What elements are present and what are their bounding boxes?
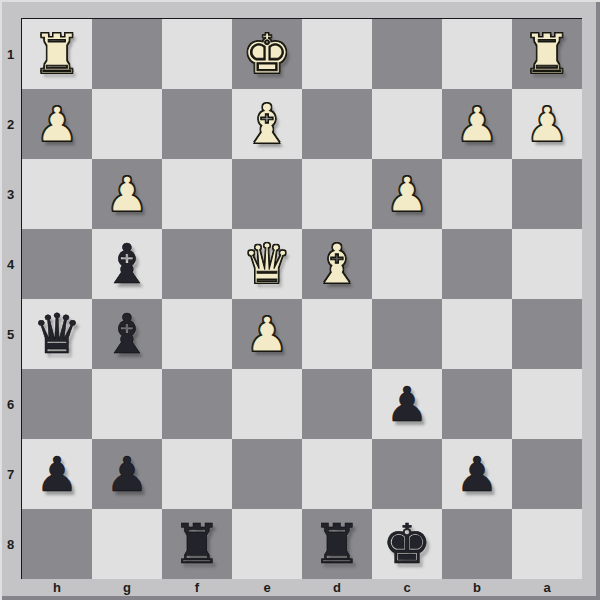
file-label-c: c [372,579,442,596]
square-g2[interactable] [92,89,162,159]
square-d4[interactable]: ♝ [302,229,372,299]
piece-white-pawn-c3[interactable]: ♟ [385,170,428,218]
square-f8[interactable]: ♜ [162,509,232,579]
square-f3[interactable] [162,159,232,229]
square-f6[interactable] [162,369,232,439]
square-b7[interactable]: ♟ [442,439,512,509]
square-d1[interactable] [302,19,372,89]
square-f7[interactable] [162,439,232,509]
square-a2[interactable]: ♟ [512,89,582,159]
piece-white-pawn-b2[interactable]: ♟ [455,100,498,148]
square-g6[interactable] [92,369,162,439]
square-e5[interactable]: ♟ [232,299,302,369]
rank-label-5: 5 [0,299,21,369]
square-g3[interactable]: ♟ [92,159,162,229]
piece-white-pawn-a2[interactable]: ♟ [525,100,568,148]
piece-black-bishop-g5[interactable]: ♝ [102,307,151,362]
rank-label-7: 7 [0,439,21,509]
square-d3[interactable] [302,159,372,229]
square-a7[interactable] [512,439,582,509]
square-b8[interactable] [442,509,512,579]
square-a1[interactable]: ♜ [512,19,582,89]
square-b2[interactable]: ♟ [442,89,512,159]
piece-white-bishop-d4[interactable]: ♝ [312,237,361,292]
chess-board-frame: 12345678 hgfedcba ♜♚♜♟♝♟♟♟♟♝♛♝♛♝♟♟♟♟♟♜♜♚ [0,0,600,600]
piece-white-rook-h1[interactable]: ♜ [32,27,81,82]
piece-black-pawn-c6[interactable]: ♟ [385,380,428,428]
square-a5[interactable] [512,299,582,369]
file-label-h: h [22,579,92,596]
piece-black-rook-f8[interactable]: ♜ [172,517,221,572]
square-c7[interactable] [372,439,442,509]
square-g1[interactable] [92,19,162,89]
square-e2[interactable]: ♝ [232,89,302,159]
piece-white-rook-a1[interactable]: ♜ [522,27,571,82]
square-c5[interactable] [372,299,442,369]
square-d8[interactable]: ♜ [302,509,372,579]
square-e8[interactable] [232,509,302,579]
square-e3[interactable] [232,159,302,229]
rank-label-6: 6 [0,369,21,439]
square-g4[interactable]: ♝ [92,229,162,299]
square-d6[interactable] [302,369,372,439]
file-label-f: f [162,579,232,596]
square-c4[interactable] [372,229,442,299]
piece-white-king-e1[interactable]: ♚ [242,27,291,82]
square-b4[interactable] [442,229,512,299]
square-d5[interactable] [302,299,372,369]
square-g8[interactable] [92,509,162,579]
piece-white-pawn-h2[interactable]: ♟ [35,100,78,148]
square-f5[interactable] [162,299,232,369]
square-c2[interactable] [372,89,442,159]
file-label-e: e [232,579,302,596]
piece-black-king-c8[interactable]: ♚ [382,517,431,572]
square-f1[interactable] [162,19,232,89]
square-d2[interactable] [302,89,372,159]
piece-white-queen-e4[interactable]: ♛ [242,237,291,292]
square-c6[interactable]: ♟ [372,369,442,439]
rank-label-3: 3 [0,159,21,229]
square-b3[interactable] [442,159,512,229]
piece-white-bishop-e2[interactable]: ♝ [242,97,291,152]
chess-board: ♜♚♜♟♝♟♟♟♟♝♛♝♛♝♟♟♟♟♟♜♜♚ [21,18,582,579]
square-d7[interactable] [302,439,372,509]
square-e7[interactable] [232,439,302,509]
piece-black-rook-d8[interactable]: ♜ [312,517,361,572]
piece-black-pawn-b7[interactable]: ♟ [455,450,498,498]
rank-label-1: 1 [0,19,21,89]
square-h8[interactable] [22,509,92,579]
square-c1[interactable] [372,19,442,89]
square-h5[interactable]: ♛ [22,299,92,369]
square-b5[interactable] [442,299,512,369]
piece-white-pawn-e5[interactable]: ♟ [245,310,288,358]
square-h6[interactable] [22,369,92,439]
square-g5[interactable]: ♝ [92,299,162,369]
square-a4[interactable] [512,229,582,299]
square-c3[interactable]: ♟ [372,159,442,229]
file-label-a: a [512,579,582,596]
square-h2[interactable]: ♟ [22,89,92,159]
piece-black-pawn-h7[interactable]: ♟ [35,450,78,498]
square-e4[interactable]: ♛ [232,229,302,299]
piece-black-pawn-g7[interactable]: ♟ [105,450,148,498]
piece-white-pawn-g3[interactable]: ♟ [105,170,148,218]
square-e6[interactable] [232,369,302,439]
square-b1[interactable] [442,19,512,89]
square-a8[interactable] [512,509,582,579]
file-label-d: d [302,579,372,596]
square-c8[interactable]: ♚ [372,509,442,579]
file-label-g: g [92,579,162,596]
rank-label-8: 8 [0,509,21,579]
file-label-b: b [442,579,512,596]
square-h3[interactable] [22,159,92,229]
square-e1[interactable]: ♚ [232,19,302,89]
square-f4[interactable] [162,229,232,299]
rank-label-2: 2 [0,89,21,159]
square-f2[interactable] [162,89,232,159]
rank-label-4: 4 [0,229,21,299]
square-h1[interactable]: ♜ [22,19,92,89]
square-a3[interactable] [512,159,582,229]
square-a6[interactable] [512,369,582,439]
square-g7[interactable]: ♟ [92,439,162,509]
piece-black-bishop-g4[interactable]: ♝ [102,237,151,292]
square-h4[interactable] [22,229,92,299]
piece-black-queen-h5[interactable]: ♛ [32,307,81,362]
square-b6[interactable] [442,369,512,439]
square-h7[interactable]: ♟ [22,439,92,509]
